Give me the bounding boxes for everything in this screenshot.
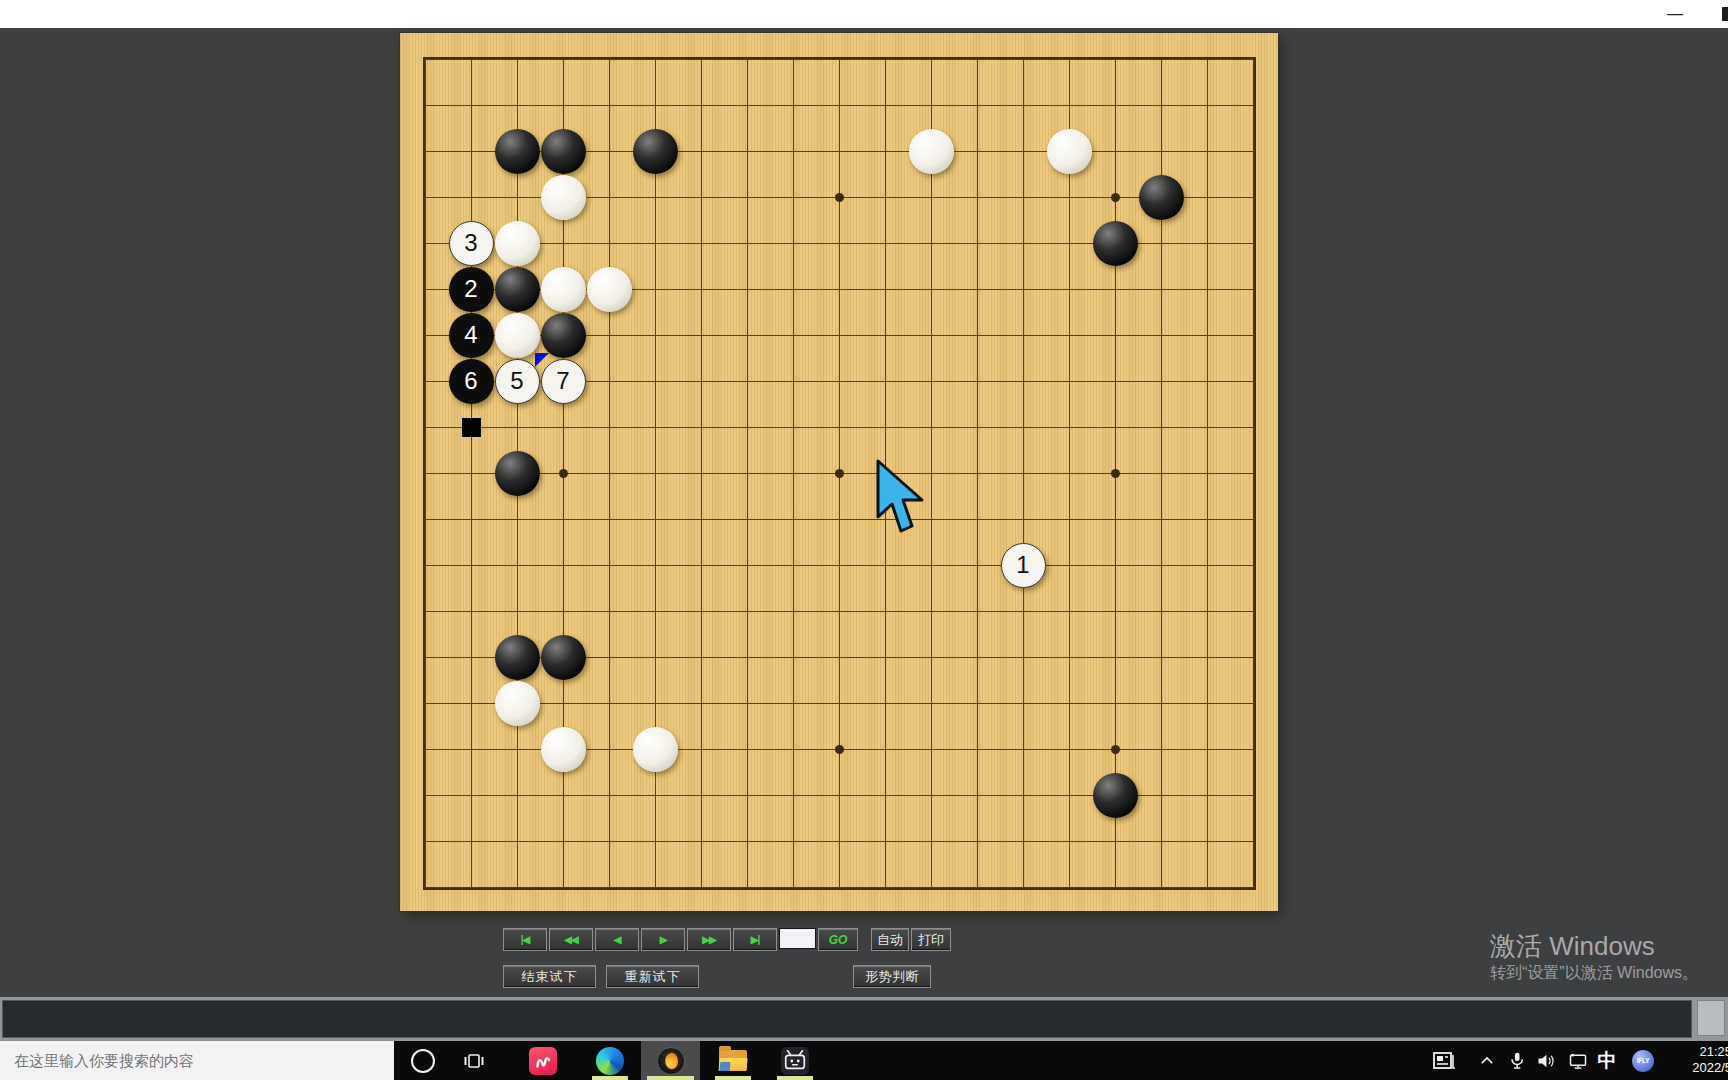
volume-tray-button[interactable] (1532, 1041, 1560, 1080)
stone-black-D17 (541, 129, 586, 174)
edge-browser-button[interactable] (586, 1041, 634, 1080)
file-explorer-icon (719, 1050, 747, 1071)
stone-white-D4 (541, 727, 586, 772)
next-move-square-marker-B11 (462, 418, 481, 437)
stone-white-C12: 5 (495, 359, 540, 404)
playback-toolbar: |◀ ◀◀ ◀ ▶ ▶▶ ▶| GO 自动 打印 (503, 928, 951, 951)
scrollbar-thumb[interactable] (1697, 1000, 1725, 1036)
stone-white-C5 (495, 681, 540, 726)
stone-black-B14: 2 (449, 267, 494, 312)
cortana-icon (411, 1049, 435, 1073)
clock-time: 21:25 (1674, 1044, 1728, 1060)
stone-black-B12: 6 (449, 359, 494, 404)
star-point-Q16 (1111, 193, 1120, 202)
news-tray-button[interactable] (1430, 1041, 1460, 1080)
stone-black-Q15 (1093, 221, 1138, 266)
move-number-label: 4 (464, 323, 477, 347)
move-number-label: 6 (464, 369, 477, 393)
file-explorer-button[interactable] (709, 1041, 757, 1080)
running-indicator-go-app (647, 1076, 694, 1080)
watermark-line1: 激活 Windows (1490, 930, 1698, 962)
auto-play-button[interactable]: 自动 (871, 928, 909, 951)
stone-black-B13: 4 (449, 313, 494, 358)
activate-windows-watermark: 激活 Windows 转到“设置”以激活 Windows。 (1490, 930, 1698, 984)
music-app-icon (529, 1047, 557, 1075)
stone-white-D14 (541, 267, 586, 312)
star-point-K16 (835, 193, 844, 202)
star-point-Q4 (1111, 745, 1120, 754)
edge-browser-icon (596, 1047, 624, 1075)
go-button[interactable]: GO (818, 928, 858, 951)
print-button[interactable]: 打印 (911, 928, 951, 951)
stone-black-F17 (633, 129, 678, 174)
go-game-app-button[interactable] (641, 1041, 700, 1080)
video-app-button[interactable] (771, 1041, 819, 1080)
stone-white-D16 (541, 175, 586, 220)
stone-black-Q3 (1093, 773, 1138, 818)
last-move-triangle-marker-D12 (535, 353, 549, 367)
star-point-Q10 (1111, 469, 1120, 478)
stone-white-P17 (1047, 129, 1092, 174)
microphone-icon (1507, 1050, 1527, 1072)
trial-toolbar: 结束试下 重新试下 (503, 965, 709, 988)
stone-black-D6 (541, 635, 586, 680)
move-number-input[interactable] (779, 928, 816, 949)
position-judge-button[interactable]: 形势判断 (853, 965, 931, 988)
move-number-label: 5 (510, 369, 523, 393)
stone-white-B15: 3 (449, 221, 494, 266)
stone-white-C15 (495, 221, 540, 266)
display-tray-button[interactable] (1564, 1041, 1592, 1080)
scrollbar-track[interactable] (2, 1000, 1692, 1038)
prev-move-button[interactable]: ◀ (595, 928, 639, 951)
task-view-icon (462, 1049, 486, 1073)
ifly-icon: iFLY (1632, 1050, 1654, 1072)
stone-black-C14 (495, 267, 540, 312)
go-game-app-icon (657, 1047, 685, 1075)
video-app-icon (781, 1047, 809, 1075)
stone-black-R16 (1139, 175, 1184, 220)
desktop-screen: — 2463571 |◀ ◀◀ ◀ ▶ ▶▶ ▶| GO 自动 打印 结束试下 … (0, 0, 1728, 1080)
fast-rewind-button[interactable]: ◀◀ (549, 928, 593, 951)
microphone-tray-button[interactable] (1504, 1041, 1530, 1080)
ifly-ime-button[interactable]: iFLY (1628, 1041, 1658, 1080)
first-move-button[interactable]: |◀ (503, 928, 547, 951)
star-point-D10 (559, 469, 568, 478)
tray-overflow-button[interactable] (1474, 1041, 1500, 1080)
fast-forward-button[interactable]: ▶▶ (687, 928, 731, 951)
stone-black-C17 (495, 129, 540, 174)
ime-indicator: 中 (1598, 1048, 1617, 1074)
stone-white-M17 (909, 129, 954, 174)
maximize-button-partial[interactable] (1722, 7, 1728, 21)
stone-black-C6 (495, 635, 540, 680)
monitor-icon (1567, 1051, 1589, 1071)
windows-taskbar: 中 iFLY 21:25 2022/5 (0, 1041, 1728, 1080)
running-indicator-explorer (715, 1076, 751, 1080)
move-number-label: 3 (464, 231, 477, 255)
go-board[interactable]: 2463571 (400, 33, 1278, 911)
star-point-K10 (835, 469, 844, 478)
move-number-label: 1 (1016, 553, 1029, 577)
running-indicator-edge (592, 1076, 628, 1080)
taskbar-clock[interactable]: 21:25 2022/5 (1674, 1044, 1728, 1076)
minimize-button[interactable]: — (1655, 0, 1695, 28)
cortana-button[interactable] (399, 1041, 447, 1080)
watermark-line2: 转到“设置”以激活 Windows。 (1490, 962, 1698, 984)
stone-white-F4 (633, 727, 678, 772)
stone-white-O8: 1 (1001, 543, 1046, 588)
speaker-icon (1535, 1051, 1557, 1071)
app-titlebar: — (0, 0, 1728, 28)
music-app-button[interactable] (519, 1041, 567, 1080)
window-scroll-strip (0, 997, 1728, 1041)
ime-language-button[interactable]: 中 (1594, 1041, 1620, 1080)
news-icon (1432, 1049, 1458, 1073)
taskbar-search-input[interactable] (0, 1041, 394, 1080)
move-number-label: 7 (556, 369, 569, 393)
stone-white-E14 (587, 267, 632, 312)
clock-date: 2022/5 (1674, 1060, 1728, 1076)
star-point-K4 (835, 745, 844, 754)
stone-black-D13 (541, 313, 586, 358)
chevron-up-icon (1478, 1052, 1496, 1070)
restart-trial-button[interactable]: 重新试下 (606, 965, 699, 988)
stone-black-C10 (495, 451, 540, 496)
task-view-button[interactable] (450, 1041, 498, 1080)
mouse-cursor-icon (874, 459, 926, 537)
move-number-label: 2 (464, 277, 477, 301)
running-indicator-video-app (777, 1076, 813, 1080)
end-trial-button[interactable]: 结束试下 (503, 965, 596, 988)
next-move-button[interactable]: ▶ (641, 928, 685, 951)
stone-white-C13 (495, 313, 540, 358)
last-move-button[interactable]: ▶| (733, 928, 777, 951)
